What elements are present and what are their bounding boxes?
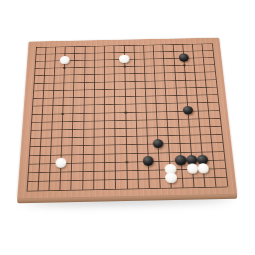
- go-board: [0, 0, 255, 255]
- star-point: [61, 112, 64, 114]
- white-stone: [197, 163, 209, 173]
- white-stone: [165, 173, 177, 183]
- black-stone: [142, 156, 154, 166]
- black-stone: [178, 53, 189, 61]
- star-point: [125, 161, 128, 163]
- white-stone: [186, 164, 198, 174]
- white-stone: [119, 55, 129, 63]
- board-surface: [17, 38, 237, 199]
- star-point: [124, 111, 127, 113]
- product-photo: [0, 0, 255, 255]
- black-stone: [175, 155, 187, 165]
- star-point: [183, 64, 186, 66]
- board-perspective-scene: [13, 0, 238, 198]
- star-point: [123, 66, 126, 68]
